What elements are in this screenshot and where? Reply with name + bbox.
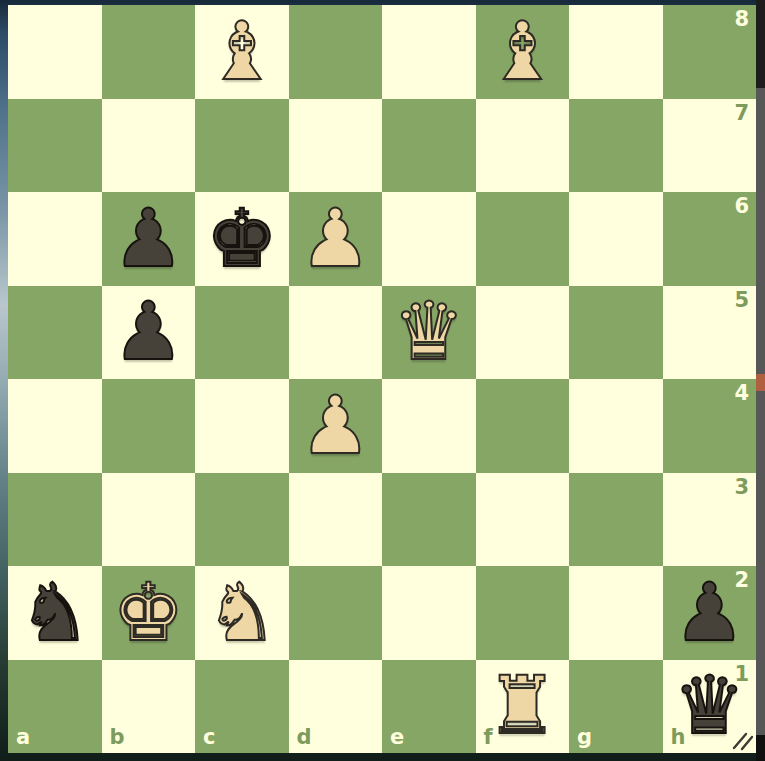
square-f4[interactable] — [476, 379, 570, 473]
square-d7[interactable] — [289, 99, 383, 193]
board-resize-handle-icon[interactable] — [732, 729, 754, 751]
square-g3[interactable] — [569, 473, 663, 567]
square-e5[interactable]: ♛ — [382, 286, 476, 380]
square-d5[interactable] — [289, 286, 383, 380]
square-e1[interactable]: e — [382, 660, 476, 754]
square-c8[interactable]: ♝ — [195, 5, 289, 99]
square-c6[interactable]: ♚ — [195, 192, 289, 286]
file-label-a: a — [16, 727, 30, 748]
square-a2[interactable]: ♞ — [8, 566, 102, 660]
square-b2[interactable]: ♚ — [102, 566, 196, 660]
square-f7[interactable] — [476, 99, 570, 193]
square-c3[interactable] — [195, 473, 289, 567]
piece-white-rook[interactable]: ♜ — [486, 666, 558, 746]
rank-label-4: 4 — [734, 383, 749, 404]
square-c5[interactable] — [195, 286, 289, 380]
square-c2[interactable]: ♞ — [195, 566, 289, 660]
piece-black-pawn[interactable]: ♟ — [112, 199, 184, 279]
square-h6[interactable]: 6 — [663, 192, 757, 286]
square-e3[interactable] — [382, 473, 476, 567]
square-b4[interactable] — [102, 379, 196, 473]
square-e8[interactable] — [382, 5, 476, 99]
square-d8[interactable] — [289, 5, 383, 99]
scrollbar-track-top — [756, 0, 765, 88]
scrollbar-marker — [756, 374, 765, 391]
scrollbar[interactable] — [756, 0, 765, 761]
square-b5[interactable]: ♟ — [102, 286, 196, 380]
square-d1[interactable]: d — [289, 660, 383, 754]
square-h8[interactable]: 8 — [663, 5, 757, 99]
square-f5[interactable] — [476, 286, 570, 380]
piece-white-bishop[interactable]: ♝ — [486, 12, 558, 92]
square-e6[interactable] — [382, 192, 476, 286]
square-a8[interactable] — [8, 5, 102, 99]
square-g4[interactable] — [569, 379, 663, 473]
square-g6[interactable] — [569, 192, 663, 286]
square-a1[interactable]: a — [8, 660, 102, 754]
square-h7[interactable]: 7 — [663, 99, 757, 193]
square-f1[interactable]: f♜ — [476, 660, 570, 754]
piece-black-pawn[interactable]: ♟ — [673, 573, 745, 653]
piece-black-knight[interactable]: ♞ — [19, 573, 91, 653]
square-c7[interactable] — [195, 99, 289, 193]
square-e4[interactable] — [382, 379, 476, 473]
file-label-e: e — [390, 727, 404, 748]
square-b3[interactable] — [102, 473, 196, 567]
piece-black-king[interactable]: ♚ — [206, 199, 278, 279]
file-label-b: b — [110, 727, 125, 748]
square-a6[interactable] — [8, 192, 102, 286]
piece-white-pawn[interactable]: ♟ — [299, 386, 371, 466]
square-g7[interactable] — [569, 99, 663, 193]
square-b1[interactable]: b — [102, 660, 196, 754]
rank-label-7: 7 — [734, 103, 749, 124]
square-b6[interactable]: ♟ — [102, 192, 196, 286]
piece-white-knight[interactable]: ♞ — [206, 573, 278, 653]
rank-label-3: 3 — [734, 477, 749, 498]
square-d6[interactable]: ♟ — [289, 192, 383, 286]
square-a5[interactable] — [8, 286, 102, 380]
piece-white-king[interactable]: ♚ — [112, 573, 184, 653]
square-g1[interactable]: g — [569, 660, 663, 754]
piece-black-pawn[interactable]: ♟ — [112, 292, 184, 372]
square-d2[interactable] — [289, 566, 383, 660]
square-h1[interactable]: 1h♛ — [663, 660, 757, 754]
square-f2[interactable] — [476, 566, 570, 660]
square-a7[interactable] — [8, 99, 102, 193]
square-h3[interactable]: 3 — [663, 473, 757, 567]
square-a4[interactable] — [8, 379, 102, 473]
piece-white-bishop[interactable]: ♝ — [206, 12, 278, 92]
file-label-g: g — [577, 727, 592, 748]
piece-white-queen[interactable]: ♛ — [393, 292, 465, 372]
square-c4[interactable] — [195, 379, 289, 473]
square-d3[interactable] — [289, 473, 383, 567]
square-b8[interactable] — [102, 5, 196, 99]
square-a3[interactable] — [8, 473, 102, 567]
file-label-c: c — [203, 727, 215, 748]
square-f8[interactable]: ♝ — [476, 5, 570, 99]
square-g5[interactable] — [569, 286, 663, 380]
file-label-d: d — [297, 727, 312, 748]
square-c1[interactable]: c — [195, 660, 289, 754]
square-d4[interactable]: ♟ — [289, 379, 383, 473]
square-g2[interactable] — [569, 566, 663, 660]
square-b7[interactable] — [102, 99, 196, 193]
rank-label-5: 5 — [734, 290, 749, 311]
rank-label-8: 8 — [734, 9, 749, 30]
square-g8[interactable] — [569, 5, 663, 99]
piece-white-pawn[interactable]: ♟ — [299, 199, 371, 279]
rank-label-6: 6 — [734, 196, 749, 217]
square-e2[interactable] — [382, 566, 476, 660]
square-h5[interactable]: 5 — [663, 286, 757, 380]
square-h2[interactable]: 2♟ — [663, 566, 757, 660]
scrollbar-track-bottom — [756, 735, 765, 761]
square-e7[interactable] — [382, 99, 476, 193]
square-f3[interactable] — [476, 473, 570, 567]
chess-board[interactable]: ♝♝87♟♚♟6♟♛5♟43♞♚♞2♟abcdef♜g1h♛ — [8, 5, 756, 753]
square-h4[interactable]: 4 — [663, 379, 757, 473]
square-f6[interactable] — [476, 192, 570, 286]
